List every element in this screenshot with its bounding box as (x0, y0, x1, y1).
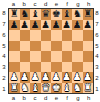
square-a7[interactable]: ♟ (9, 20, 20, 31)
rank-label-8: 8 (94, 8, 100, 19)
square-h2[interactable]: ♟ (83, 72, 94, 83)
piece-black-rook: ♜ (10, 9, 19, 19)
piece-black-knight: ♞ (20, 9, 29, 19)
file-label-e: e (51, 0, 62, 8)
piece-white-king: ♚ (52, 83, 61, 93)
square-d8[interactable]: ♛ (41, 9, 52, 20)
square-g4[interactable] (72, 51, 83, 62)
piece-white-rook: ♜ (10, 83, 19, 93)
rank-label-7: 7 (0, 19, 8, 30)
square-h1[interactable]: ♜ (83, 83, 94, 94)
rank-label-5: 5 (0, 40, 8, 51)
file-labels-top: abcdefgh (8, 0, 94, 8)
square-b6[interactable] (20, 30, 31, 41)
rank-label-1: 1 (0, 83, 8, 94)
square-f2[interactable]: ♟ (62, 72, 73, 83)
piece-white-queen: ♛ (41, 83, 50, 93)
piece-white-rook: ♜ (83, 83, 92, 93)
square-g3[interactable] (72, 62, 83, 73)
piece-black-bishop: ♝ (62, 9, 71, 19)
rank-label-1: 1 (94, 83, 100, 94)
piece-white-pawn: ♟ (10, 72, 19, 82)
file-label-f: f (62, 94, 73, 102)
square-h4[interactable] (83, 51, 94, 62)
file-label-d: d (40, 94, 51, 102)
file-label-f: f (62, 0, 73, 8)
square-h5[interactable] (83, 41, 94, 52)
square-e8[interactable]: ♚ (51, 9, 62, 20)
file-label-b: b (19, 94, 30, 102)
piece-white-pawn: ♟ (83, 72, 92, 82)
square-e2[interactable]: ♟ (51, 72, 62, 83)
square-c6[interactable] (30, 30, 41, 41)
square-d1[interactable]: ♛ (41, 83, 52, 94)
piece-black-pawn: ♟ (31, 20, 40, 30)
square-c8[interactable]: ♝ (30, 9, 41, 20)
rank-label-6: 6 (94, 30, 100, 41)
rank-label-7: 7 (94, 19, 100, 30)
piece-black-rook: ♜ (83, 9, 92, 19)
square-e4[interactable] (51, 51, 62, 62)
rank-labels-left: 87654321 (0, 8, 8, 94)
piece-white-pawn: ♟ (52, 72, 61, 82)
piece-black-pawn: ♟ (52, 20, 61, 30)
square-c5[interactable] (30, 41, 41, 52)
file-label-c: c (30, 94, 41, 102)
rank-label-3: 3 (0, 62, 8, 73)
piece-black-pawn: ♟ (20, 20, 29, 30)
piece-black-pawn: ♟ (10, 20, 19, 30)
square-b2[interactable]: ♟ (20, 72, 31, 83)
square-e6[interactable] (51, 30, 62, 41)
piece-white-pawn: ♟ (31, 72, 40, 82)
piece-white-knight: ♞ (73, 83, 82, 93)
rank-label-2: 2 (0, 73, 8, 84)
square-f3[interactable] (62, 62, 73, 73)
piece-black-pawn: ♟ (73, 20, 82, 30)
file-label-c: c (30, 0, 41, 8)
rank-label-6: 6 (0, 30, 8, 41)
square-g6[interactable] (72, 30, 83, 41)
file-label-g: g (73, 0, 84, 8)
file-label-h: h (83, 94, 94, 102)
rank-label-4: 4 (0, 51, 8, 62)
square-d4[interactable] (41, 51, 52, 62)
file-label-a: a (8, 94, 19, 102)
chess-diagram: abcdefgh 87654321 ♜♞♝♛♚♝♞♜♟♟♟♟♟♟♟♟♟♟♟♟♟♟… (0, 0, 100, 102)
square-d6[interactable] (41, 30, 52, 41)
square-d7[interactable]: ♟ (41, 20, 52, 31)
square-c3[interactable] (30, 62, 41, 73)
square-h3[interactable] (83, 62, 94, 73)
piece-black-bishop: ♝ (31, 9, 40, 19)
square-f8[interactable]: ♝ (62, 9, 73, 20)
square-a1[interactable]: ♜ (9, 83, 20, 94)
square-c2[interactable]: ♟ (30, 72, 41, 83)
square-g7[interactable]: ♟ (72, 20, 83, 31)
square-f5[interactable] (62, 41, 73, 52)
piece-white-pawn: ♟ (20, 72, 29, 82)
square-a4[interactable] (9, 51, 20, 62)
square-c1[interactable]: ♝ (30, 83, 41, 94)
file-label-b: b (19, 0, 30, 8)
file-label-h: h (83, 0, 94, 8)
square-d3[interactable] (41, 62, 52, 73)
piece-black-queen: ♛ (41, 9, 50, 19)
piece-black-king: ♚ (52, 9, 61, 19)
square-g5[interactable] (72, 41, 83, 52)
square-b4[interactable] (20, 51, 31, 62)
square-b7[interactable]: ♟ (20, 20, 31, 31)
chess-board: ♜♞♝♛♚♝♞♜♟♟♟♟♟♟♟♟♟♟♟♟♟♟♟♟♜♞♝♛♚♝♞♜ (8, 8, 94, 94)
square-f4[interactable] (62, 51, 73, 62)
piece-white-bishop: ♝ (31, 83, 40, 93)
piece-white-pawn: ♟ (62, 72, 71, 82)
square-c7[interactable]: ♟ (30, 20, 41, 31)
square-f6[interactable] (62, 30, 73, 41)
piece-black-pawn: ♟ (41, 20, 50, 30)
file-label-e: e (51, 94, 62, 102)
square-e7[interactable]: ♟ (51, 20, 62, 31)
square-a5[interactable] (9, 41, 20, 52)
square-a8[interactable]: ♜ (9, 9, 20, 20)
file-labels-bottom: abcdefgh (8, 94, 94, 102)
piece-white-knight: ♞ (20, 83, 29, 93)
rank-label-5: 5 (94, 40, 100, 51)
piece-black-pawn: ♟ (83, 20, 92, 30)
square-e1[interactable]: ♚ (51, 83, 62, 94)
piece-white-pawn: ♟ (41, 72, 50, 82)
rank-label-3: 3 (94, 62, 100, 73)
square-f7[interactable]: ♟ (62, 20, 73, 31)
rank-labels-right: 87654321 (94, 8, 100, 94)
square-h8[interactable]: ♜ (83, 9, 94, 20)
square-f1[interactable]: ♝ (62, 83, 73, 94)
file-label-d: d (40, 0, 51, 8)
rank-label-4: 4 (94, 51, 100, 62)
square-b1[interactable]: ♞ (20, 83, 31, 94)
square-e5[interactable] (51, 41, 62, 52)
square-b3[interactable] (20, 62, 31, 73)
piece-black-knight: ♞ (73, 9, 82, 19)
square-c4[interactable] (30, 51, 41, 62)
square-b8[interactable]: ♞ (20, 9, 31, 20)
square-h6[interactable] (83, 30, 94, 41)
square-d5[interactable] (41, 41, 52, 52)
file-label-a: a (8, 0, 19, 8)
rank-label-8: 8 (0, 8, 8, 19)
square-a3[interactable] (9, 62, 20, 73)
square-e3[interactable] (51, 62, 62, 73)
square-g1[interactable]: ♞ (72, 83, 83, 94)
square-a6[interactable] (9, 30, 20, 41)
square-d2[interactable]: ♟ (41, 72, 52, 83)
piece-white-pawn: ♟ (73, 72, 82, 82)
square-a2[interactable]: ♟ (9, 72, 20, 83)
piece-white-bishop: ♝ (62, 83, 71, 93)
square-g8[interactable]: ♞ (72, 9, 83, 20)
square-b5[interactable] (20, 41, 31, 52)
square-g2[interactable]: ♟ (72, 72, 83, 83)
file-label-g: g (73, 94, 84, 102)
piece-black-pawn: ♟ (62, 20, 71, 30)
rank-label-2: 2 (94, 73, 100, 84)
square-h7[interactable]: ♟ (83, 20, 94, 31)
